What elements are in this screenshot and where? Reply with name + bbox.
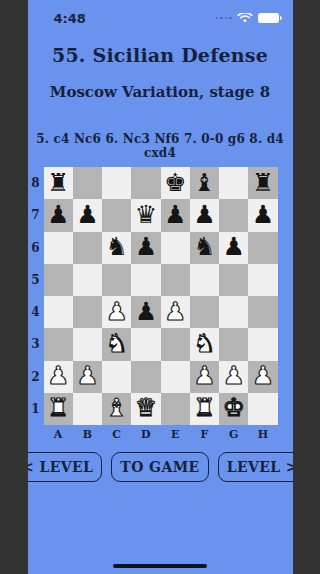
piece-black-rook: ♜ bbox=[252, 170, 274, 195]
piece-black-knight: ♞ bbox=[193, 234, 215, 259]
square-g5[interactable] bbox=[219, 264, 248, 296]
piece-black-pawn: ♟ bbox=[222, 234, 244, 259]
rank-label-5: 5 bbox=[28, 264, 44, 296]
square-c4[interactable]: ♟ bbox=[102, 296, 131, 328]
app-screen: 4:48 55. Sicilian Defense Moscow Variati… bbox=[28, 0, 293, 574]
board-area: 87654321 ♜♚♝♜♟♟♛♟♟♟♞♟♞♟♟♟♟♞♞♟♟♟♟♟♜♝♛♜♚ bbox=[28, 167, 293, 425]
square-d7[interactable]: ♛ bbox=[131, 199, 160, 231]
square-g8[interactable] bbox=[219, 167, 248, 199]
square-g6[interactable]: ♟ bbox=[219, 232, 248, 264]
piece-white-bishop: ♝ bbox=[105, 395, 127, 420]
square-e7[interactable]: ♟ bbox=[161, 199, 190, 231]
square-f6[interactable]: ♞ bbox=[190, 232, 219, 264]
square-d3[interactable] bbox=[131, 328, 160, 360]
square-b7[interactable]: ♟ bbox=[73, 199, 102, 231]
square-h8[interactable]: ♜ bbox=[248, 167, 277, 199]
square-c7[interactable] bbox=[102, 199, 131, 231]
next-level-button[interactable]: LEVEL > bbox=[218, 452, 293, 482]
square-c8[interactable] bbox=[102, 167, 131, 199]
wifi-icon bbox=[237, 9, 253, 28]
square-f2[interactable]: ♟ bbox=[190, 361, 219, 393]
home-indicator[interactable] bbox=[113, 564, 207, 569]
square-b1[interactable] bbox=[73, 393, 102, 425]
piece-white-pawn: ♟ bbox=[252, 363, 274, 388]
rank-label-6: 6 bbox=[28, 232, 44, 264]
square-f4[interactable] bbox=[190, 296, 219, 328]
chess-board[interactable]: ♜♚♝♜♟♟♛♟♟♟♞♟♞♟♟♟♟♞♞♟♟♟♟♟♜♝♛♜♚ bbox=[44, 167, 278, 425]
move-list: 5. c4 Nc6 6. Nc3 Nf6 7. 0-0 g6 8. d4 cxd… bbox=[28, 132, 293, 160]
square-b2[interactable]: ♟ bbox=[73, 361, 102, 393]
page-title: 55. Sicilian Defense bbox=[28, 44, 293, 66]
file-label-f: F bbox=[190, 428, 219, 441]
square-h3[interactable] bbox=[248, 328, 277, 360]
file-label-g: G bbox=[219, 428, 248, 441]
square-d1[interactable]: ♛ bbox=[131, 393, 160, 425]
rank-label-4: 4 bbox=[28, 296, 44, 328]
rank-label-2: 2 bbox=[28, 361, 44, 393]
square-c3[interactable]: ♞ bbox=[102, 328, 131, 360]
square-a8[interactable]: ♜ bbox=[44, 167, 73, 199]
square-e8[interactable]: ♚ bbox=[161, 167, 190, 199]
rank-labels: 87654321 bbox=[28, 167, 44, 425]
square-a6[interactable] bbox=[44, 232, 73, 264]
square-d8[interactable] bbox=[131, 167, 160, 199]
square-a7[interactable]: ♟ bbox=[44, 199, 73, 231]
square-h7[interactable]: ♟ bbox=[248, 199, 277, 231]
square-b3[interactable] bbox=[73, 328, 102, 360]
square-h2[interactable]: ♟ bbox=[248, 361, 277, 393]
square-e4[interactable]: ♟ bbox=[161, 296, 190, 328]
file-label-c: C bbox=[102, 428, 131, 441]
file-label-a: A bbox=[44, 428, 73, 441]
piece-white-knight: ♞ bbox=[105, 331, 127, 356]
square-g4[interactable] bbox=[219, 296, 248, 328]
square-c5[interactable] bbox=[102, 264, 131, 296]
square-b8[interactable] bbox=[73, 167, 102, 199]
piece-white-queen: ♛ bbox=[135, 395, 157, 420]
square-a5[interactable] bbox=[44, 264, 73, 296]
square-b5[interactable] bbox=[73, 264, 102, 296]
clock-time: 4:48 bbox=[54, 11, 86, 26]
file-label-e: E bbox=[161, 428, 190, 441]
square-a2[interactable]: ♟ bbox=[44, 361, 73, 393]
button-row: < LEVEL TO GAME LEVEL > bbox=[28, 452, 293, 482]
square-e3[interactable] bbox=[161, 328, 190, 360]
piece-white-knight: ♞ bbox=[193, 331, 215, 356]
piece-black-pawn: ♟ bbox=[135, 234, 157, 259]
square-h1[interactable] bbox=[248, 393, 277, 425]
piece-black-pawn: ♟ bbox=[164, 202, 186, 227]
piece-black-king: ♚ bbox=[164, 170, 186, 195]
square-c6[interactable]: ♞ bbox=[102, 232, 131, 264]
file-label-h: H bbox=[248, 428, 277, 441]
piece-black-pawn: ♟ bbox=[135, 299, 157, 324]
rank-label-8: 8 bbox=[28, 167, 44, 199]
square-d2[interactable] bbox=[131, 361, 160, 393]
piece-black-bishop: ♝ bbox=[193, 170, 215, 195]
square-a3[interactable] bbox=[44, 328, 73, 360]
square-f3[interactable]: ♞ bbox=[190, 328, 219, 360]
piece-black-pawn: ♟ bbox=[193, 202, 215, 227]
file-label-b: B bbox=[73, 428, 102, 441]
piece-black-knight: ♞ bbox=[105, 234, 127, 259]
file-label-d: D bbox=[131, 428, 160, 441]
page-subtitle: Moscow Variation, stage 8 bbox=[28, 83, 293, 101]
square-f5[interactable] bbox=[190, 264, 219, 296]
piece-black-pawn: ♟ bbox=[47, 202, 69, 227]
rank-label-3: 3 bbox=[28, 328, 44, 360]
cellular-signal-icon bbox=[216, 17, 232, 20]
square-a4[interactable] bbox=[44, 296, 73, 328]
piece-white-pawn: ♟ bbox=[222, 363, 244, 388]
square-h4[interactable] bbox=[248, 296, 277, 328]
square-f1[interactable]: ♜ bbox=[190, 393, 219, 425]
square-e5[interactable] bbox=[161, 264, 190, 296]
prev-level-button[interactable]: < LEVEL bbox=[28, 452, 103, 482]
square-f7[interactable]: ♟ bbox=[190, 199, 219, 231]
piece-white-king: ♚ bbox=[222, 395, 244, 420]
piece-white-pawn: ♟ bbox=[193, 363, 215, 388]
to-game-button[interactable]: TO GAME bbox=[111, 452, 208, 482]
piece-white-pawn: ♟ bbox=[105, 299, 127, 324]
square-g7[interactable] bbox=[219, 199, 248, 231]
square-g2[interactable]: ♟ bbox=[219, 361, 248, 393]
piece-white-pawn: ♟ bbox=[47, 363, 69, 388]
piece-black-queen: ♛ bbox=[135, 202, 157, 227]
square-h6[interactable] bbox=[248, 232, 277, 264]
square-g3[interactable] bbox=[219, 328, 248, 360]
square-b6[interactable] bbox=[73, 232, 102, 264]
square-g1[interactable]: ♚ bbox=[219, 393, 248, 425]
status-bar: 4:48 bbox=[28, 0, 293, 30]
square-b4[interactable] bbox=[73, 296, 102, 328]
piece-white-rook: ♜ bbox=[193, 395, 215, 420]
piece-white-rook: ♜ bbox=[47, 395, 69, 420]
square-c2[interactable] bbox=[102, 361, 131, 393]
square-e6[interactable] bbox=[161, 232, 190, 264]
piece-black-pawn: ♟ bbox=[76, 202, 98, 227]
square-d5[interactable] bbox=[131, 264, 160, 296]
square-c1[interactable]: ♝ bbox=[102, 393, 131, 425]
status-icons bbox=[216, 9, 279, 28]
square-d4[interactable]: ♟ bbox=[131, 296, 160, 328]
piece-black-rook: ♜ bbox=[47, 170, 69, 195]
square-h5[interactable] bbox=[248, 264, 277, 296]
square-e1[interactable] bbox=[161, 393, 190, 425]
rank-label-1: 1 bbox=[28, 393, 44, 425]
square-a1[interactable]: ♜ bbox=[44, 393, 73, 425]
file-labels: ABCDEFGH bbox=[44, 428, 278, 441]
piece-white-pawn: ♟ bbox=[164, 299, 186, 324]
square-e2[interactable] bbox=[161, 361, 190, 393]
battery-icon bbox=[258, 13, 279, 24]
square-d6[interactable]: ♟ bbox=[131, 232, 160, 264]
rank-label-7: 7 bbox=[28, 199, 44, 231]
square-f8[interactable]: ♝ bbox=[190, 167, 219, 199]
piece-black-pawn: ♟ bbox=[252, 202, 274, 227]
piece-white-pawn: ♟ bbox=[76, 363, 98, 388]
